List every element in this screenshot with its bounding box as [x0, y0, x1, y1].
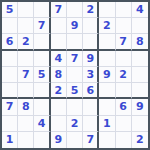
cell-r1-c4[interactable]: 7	[51, 2, 67, 18]
cell-r5-c5[interactable]	[67, 67, 83, 83]
cell-r1-c8[interactable]	[116, 2, 132, 18]
cell-r8-c2[interactable]	[18, 116, 34, 132]
cell-r3-c7[interactable]	[99, 34, 115, 50]
cell-r6-c3[interactable]	[34, 83, 50, 99]
cell-r7-c7[interactable]	[99, 99, 115, 115]
cell-r3-c8[interactable]: 7	[116, 34, 132, 50]
cell-r3-c4[interactable]	[51, 34, 67, 50]
cell-r3-c6[interactable]	[83, 34, 99, 50]
cell-r4-c9[interactable]	[132, 51, 148, 67]
cell-r3-c2[interactable]: 2	[18, 34, 34, 50]
cell-r7-c1[interactable]: 7	[2, 99, 18, 115]
cell-r3-c1[interactable]: 6	[2, 34, 18, 50]
cell-r6-c7[interactable]	[99, 83, 115, 99]
cell-r6-c5[interactable]: 5	[67, 83, 83, 99]
cell-r7-c4[interactable]	[51, 99, 67, 115]
cell-r1-c6[interactable]: 2	[83, 2, 99, 18]
cell-r8-c3[interactable]: 4	[34, 116, 50, 132]
cell-r1-c9[interactable]: 4	[132, 2, 148, 18]
cell-r6-c9[interactable]	[132, 83, 148, 99]
cell-r6-c8[interactable]	[116, 83, 132, 99]
cell-r6-c6[interactable]: 6	[83, 83, 99, 99]
cell-r3-c9[interactable]: 8	[132, 34, 148, 50]
cell-r2-c7[interactable]: 2	[99, 18, 115, 34]
cell-r8-c4[interactable]	[51, 116, 67, 132]
cell-r2-c2[interactable]	[18, 18, 34, 34]
cell-r9-c2[interactable]	[18, 132, 34, 148]
cell-r6-c4[interactable]: 2	[51, 83, 67, 99]
cell-r5-c2[interactable]: 7	[18, 67, 34, 83]
cell-r8-c5[interactable]: 2	[67, 116, 83, 132]
cell-r9-c3[interactable]	[34, 132, 50, 148]
cell-r9-c1[interactable]: 1	[2, 132, 18, 148]
cell-r9-c6[interactable]: 7	[83, 132, 99, 148]
cell-r6-c2[interactable]	[18, 83, 34, 99]
cell-r8-c6[interactable]	[83, 116, 99, 132]
cell-r7-c2[interactable]: 8	[18, 99, 34, 115]
cell-r4-c2[interactable]	[18, 51, 34, 67]
cell-r1-c1[interactable]: 5	[2, 2, 18, 18]
cell-r4-c1[interactable]	[2, 51, 18, 67]
cell-r2-c5[interactable]: 9	[67, 18, 83, 34]
cell-r1-c2[interactable]	[18, 2, 34, 18]
cell-r6-c1[interactable]	[2, 83, 18, 99]
cell-r5-c9[interactable]	[132, 67, 148, 83]
cell-r2-c6[interactable]	[83, 18, 99, 34]
cell-r5-c7[interactable]: 9	[99, 67, 115, 83]
cell-r4-c4[interactable]: 4	[51, 51, 67, 67]
sudoku-board: 5724792627847975839225678694211972	[0, 0, 150, 150]
cell-r8-c1[interactable]	[2, 116, 18, 132]
cell-r5-c4[interactable]: 8	[51, 67, 67, 83]
cell-r9-c9[interactable]: 2	[132, 132, 148, 148]
cell-r7-c9[interactable]: 9	[132, 99, 148, 115]
cell-r8-c9[interactable]	[132, 116, 148, 132]
cell-r1-c7[interactable]	[99, 2, 115, 18]
cell-r4-c3[interactable]	[34, 51, 50, 67]
cell-r3-c3[interactable]	[34, 34, 50, 50]
cell-r2-c4[interactable]	[51, 18, 67, 34]
cell-r2-c3[interactable]: 7	[34, 18, 50, 34]
cell-r2-c8[interactable]	[116, 18, 132, 34]
cell-r9-c7[interactable]	[99, 132, 115, 148]
cell-r9-c5[interactable]	[67, 132, 83, 148]
cell-r2-c1[interactable]	[2, 18, 18, 34]
cell-r7-c8[interactable]: 6	[116, 99, 132, 115]
cell-r5-c3[interactable]: 5	[34, 67, 50, 83]
cell-r4-c5[interactable]: 7	[67, 51, 83, 67]
cell-r7-c6[interactable]	[83, 99, 99, 115]
cell-r1-c3[interactable]	[34, 2, 50, 18]
cell-r9-c4[interactable]: 9	[51, 132, 67, 148]
cell-r8-c7[interactable]: 1	[99, 116, 115, 132]
cell-r9-c8[interactable]	[116, 132, 132, 148]
cell-r1-c5[interactable]	[67, 2, 83, 18]
cell-r4-c7[interactable]	[99, 51, 115, 67]
cell-r4-c8[interactable]	[116, 51, 132, 67]
cell-r5-c1[interactable]	[2, 67, 18, 83]
cell-r2-c9[interactable]	[132, 18, 148, 34]
cell-r3-c5[interactable]	[67, 34, 83, 50]
cell-r8-c8[interactable]	[116, 116, 132, 132]
cell-r7-c5[interactable]	[67, 99, 83, 115]
cell-r7-c3[interactable]	[34, 99, 50, 115]
cell-r4-c6[interactable]: 9	[83, 51, 99, 67]
cell-r5-c6[interactable]: 3	[83, 67, 99, 83]
cell-r5-c8[interactable]: 2	[116, 67, 132, 83]
